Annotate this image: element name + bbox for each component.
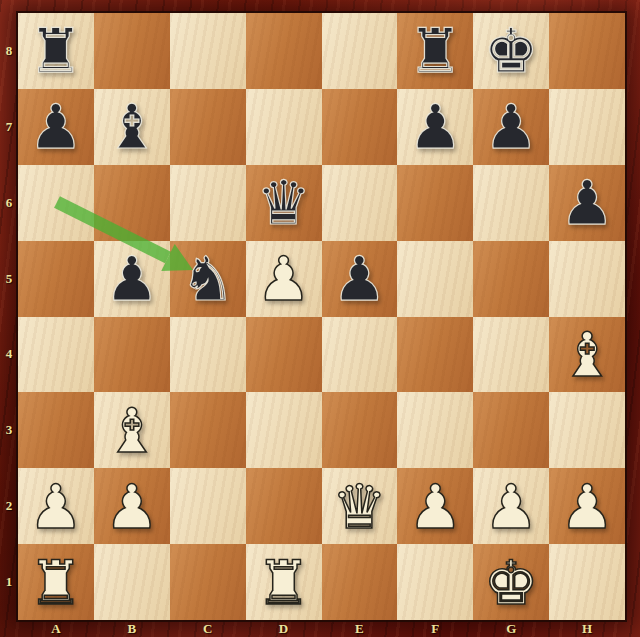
square-b3[interactable]: ♝ <box>94 392 170 468</box>
file-label-e: E <box>322 620 398 637</box>
piece-white-pawn-g2[interactable]: ♟ <box>484 476 539 537</box>
square-c5[interactable]: ♞ <box>170 241 246 317</box>
file-label-f: F <box>397 620 473 637</box>
piece-black-pawn-g7[interactable]: ♟ <box>484 96 539 157</box>
square-f5[interactable] <box>397 241 473 317</box>
square-h6[interactable]: ♟ <box>549 165 625 241</box>
square-d3[interactable] <box>246 392 322 468</box>
square-c3[interactable] <box>170 392 246 468</box>
piece-black-king-g8[interactable]: ♚ <box>484 20 539 81</box>
chess-board[interactable]: ♜♜♚♟♝♟♟♛♟♟♞♟♟♝♝♟♟♛♟♟♟♜♜♚ <box>18 13 625 620</box>
square-e1[interactable] <box>322 544 398 620</box>
square-d1[interactable]: ♜ <box>246 544 322 620</box>
square-a5[interactable] <box>18 241 94 317</box>
square-a8[interactable]: ♜ <box>18 13 94 89</box>
square-f4[interactable] <box>397 317 473 393</box>
piece-black-queen-d6[interactable]: ♛ <box>256 172 311 233</box>
square-h2[interactable]: ♟ <box>549 468 625 544</box>
square-d8[interactable] <box>246 13 322 89</box>
square-b6[interactable] <box>94 165 170 241</box>
file-label-b: B <box>94 620 170 637</box>
rank-label-6: 6 <box>0 165 18 241</box>
square-b2[interactable]: ♟ <box>94 468 170 544</box>
piece-white-rook-a1[interactable]: ♜ <box>29 552 84 613</box>
piece-white-pawn-b2[interactable]: ♟ <box>104 476 159 537</box>
piece-white-rook-d1[interactable]: ♜ <box>256 552 311 613</box>
board-frame: ♜♜♚♟♝♟♟♛♟♟♞♟♟♝♝♟♟♛♟♟♟♜♜♚ <box>18 13 625 620</box>
square-g5[interactable] <box>473 241 549 317</box>
rank-label-2: 2 <box>0 468 18 544</box>
piece-white-pawn-a2[interactable]: ♟ <box>29 476 84 537</box>
square-b5[interactable]: ♟ <box>94 241 170 317</box>
square-f2[interactable]: ♟ <box>397 468 473 544</box>
chess-app-background: { "game": "chess", "position": { "fen": … <box>0 0 640 637</box>
piece-black-pawn-f7[interactable]: ♟ <box>408 96 463 157</box>
square-c6[interactable] <box>170 165 246 241</box>
square-e8[interactable] <box>322 13 398 89</box>
piece-black-rook-a8[interactable]: ♜ <box>29 20 84 81</box>
square-f3[interactable] <box>397 392 473 468</box>
square-f1[interactable] <box>397 544 473 620</box>
rank-label-7: 7 <box>0 89 18 165</box>
square-e6[interactable] <box>322 165 398 241</box>
square-h1[interactable] <box>549 544 625 620</box>
square-e5[interactable]: ♟ <box>322 241 398 317</box>
square-a6[interactable] <box>18 165 94 241</box>
piece-white-bishop-b3[interactable]: ♝ <box>104 400 159 461</box>
square-b8[interactable] <box>94 13 170 89</box>
square-c4[interactable] <box>170 317 246 393</box>
square-g1[interactable]: ♚ <box>473 544 549 620</box>
rank-label-3: 3 <box>0 392 18 468</box>
piece-white-pawn-h2[interactable]: ♟ <box>560 476 615 537</box>
piece-white-pawn-d5[interactable]: ♟ <box>256 248 311 309</box>
square-h5[interactable] <box>549 241 625 317</box>
square-c1[interactable] <box>170 544 246 620</box>
square-f7[interactable]: ♟ <box>397 89 473 165</box>
square-a1[interactable]: ♜ <box>18 544 94 620</box>
square-d7[interactable] <box>246 89 322 165</box>
square-g4[interactable] <box>473 317 549 393</box>
square-h7[interactable] <box>549 89 625 165</box>
piece-white-pawn-f2[interactable]: ♟ <box>408 476 463 537</box>
square-d4[interactable] <box>246 317 322 393</box>
square-c2[interactable] <box>170 468 246 544</box>
square-f6[interactable] <box>397 165 473 241</box>
piece-white-bishop-h4[interactable]: ♝ <box>560 324 615 385</box>
square-d5[interactable]: ♟ <box>246 241 322 317</box>
file-label-h: H <box>549 620 625 637</box>
square-g2[interactable]: ♟ <box>473 468 549 544</box>
square-a3[interactable] <box>18 392 94 468</box>
square-f8[interactable]: ♜ <box>397 13 473 89</box>
piece-white-king-g1[interactable]: ♚ <box>484 552 539 613</box>
square-a2[interactable]: ♟ <box>18 468 94 544</box>
square-d2[interactable] <box>246 468 322 544</box>
square-h8[interactable] <box>549 13 625 89</box>
square-h4[interactable]: ♝ <box>549 317 625 393</box>
file-label-d: D <box>246 620 322 637</box>
square-b1[interactable] <box>94 544 170 620</box>
square-e3[interactable] <box>322 392 398 468</box>
file-label-a: A <box>18 620 94 637</box>
piece-black-rook-f8[interactable]: ♜ <box>408 20 463 81</box>
piece-black-bishop-b7[interactable]: ♝ <box>104 96 159 157</box>
square-b7[interactable]: ♝ <box>94 89 170 165</box>
piece-black-pawn-e5[interactable]: ♟ <box>332 248 387 309</box>
square-a4[interactable] <box>18 317 94 393</box>
square-g7[interactable]: ♟ <box>473 89 549 165</box>
square-c7[interactable] <box>170 89 246 165</box>
square-e7[interactable] <box>322 89 398 165</box>
file-label-c: C <box>170 620 246 637</box>
rank-label-5: 5 <box>0 241 18 317</box>
square-d6[interactable]: ♛ <box>246 165 322 241</box>
piece-black-pawn-b5[interactable]: ♟ <box>104 248 159 309</box>
square-a7[interactable]: ♟ <box>18 89 94 165</box>
piece-black-pawn-h6[interactable]: ♟ <box>560 172 615 233</box>
square-h3[interactable] <box>549 392 625 468</box>
rank-label-1: 1 <box>0 544 18 620</box>
square-g6[interactable] <box>473 165 549 241</box>
square-c8[interactable] <box>170 13 246 89</box>
rank-label-4: 4 <box>0 317 18 393</box>
square-e2[interactable]: ♛ <box>322 468 398 544</box>
square-b4[interactable] <box>94 317 170 393</box>
rank-label-8: 8 <box>0 13 18 89</box>
piece-black-knight-c5[interactable]: ♞ <box>180 248 235 309</box>
square-e4[interactable] <box>322 317 398 393</box>
square-g3[interactable] <box>473 392 549 468</box>
file-label-g: G <box>473 620 549 637</box>
piece-white-queen-e2[interactable]: ♛ <box>332 476 387 537</box>
piece-black-pawn-a7[interactable]: ♟ <box>29 96 84 157</box>
square-g8[interactable]: ♚ <box>473 13 549 89</box>
